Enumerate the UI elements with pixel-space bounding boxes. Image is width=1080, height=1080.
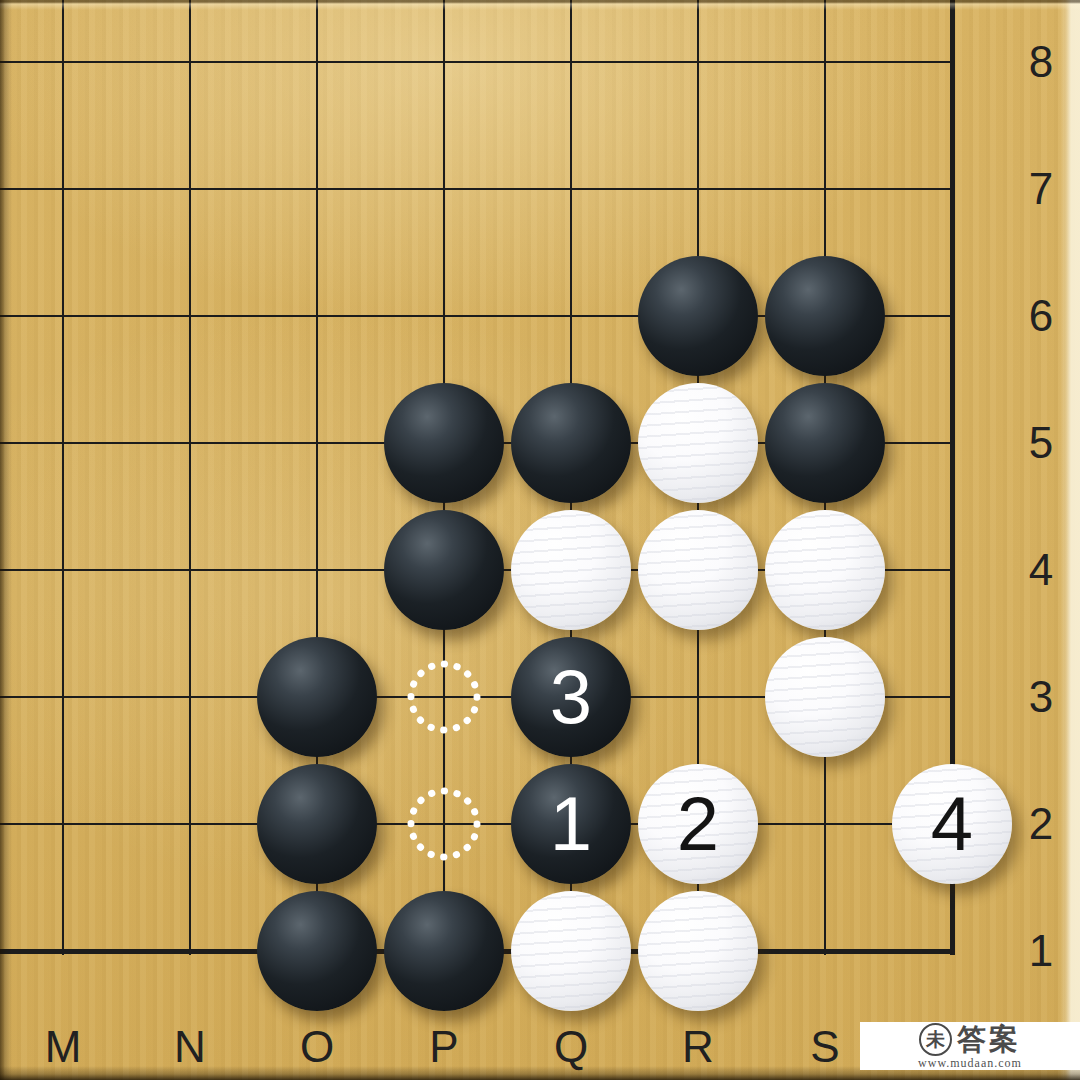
column-label-Q: Q <box>554 1022 588 1072</box>
stone-black-O2[interactable] <box>257 764 377 884</box>
grid-line-row-8 <box>0 61 955 63</box>
stone-black-P1[interactable] <box>384 891 504 1011</box>
grid-line-col-N <box>189 0 191 955</box>
stone-black-O3[interactable] <box>257 637 377 757</box>
go-diagram: 3124MNOPQRS87654321 未 答案 www.mudaan.com <box>0 0 1080 1080</box>
dotted-circle-icon <box>404 784 484 864</box>
column-label-M: M <box>45 1022 82 1072</box>
watermark-url: www.mudaan.com <box>918 1057 1022 1069</box>
column-label-O: O <box>300 1022 334 1072</box>
move-number-1: 1 <box>550 786 592 862</box>
go-board[interactable]: 3124MNOPQRS87654321 <box>0 0 1080 1080</box>
watermark-brand-row: 未 答案 <box>919 1023 1021 1056</box>
row-label-1: 1 <box>1029 926 1053 976</box>
stone-black-Q2[interactable]: 1 <box>511 764 631 884</box>
move-number-4: 4 <box>931 786 973 862</box>
stone-black-Q3[interactable]: 3 <box>511 637 631 757</box>
row-label-5: 5 <box>1029 418 1053 468</box>
stone-black-S6[interactable] <box>765 256 885 376</box>
move-number-2: 2 <box>677 786 719 862</box>
mudaan-logo-character: 未 <box>926 1030 945 1049</box>
row-label-3: 3 <box>1029 672 1053 722</box>
marked-point-P2[interactable] <box>404 784 484 864</box>
stone-black-Q5[interactable] <box>511 383 631 503</box>
dotted-circle-icon <box>404 657 484 737</box>
stone-white-Q1[interactable] <box>511 891 631 1011</box>
column-label-P: P <box>429 1022 458 1072</box>
stone-white-S4[interactable] <box>765 510 885 630</box>
stone-white-Q4[interactable] <box>511 510 631 630</box>
stone-white-R2[interactable]: 2 <box>638 764 758 884</box>
row-label-6: 6 <box>1029 291 1053 341</box>
marked-point-P3[interactable] <box>404 657 484 737</box>
row-label-2: 2 <box>1029 799 1053 849</box>
stone-black-S5[interactable] <box>765 383 885 503</box>
column-label-R: R <box>682 1022 714 1072</box>
watermark: 未 答案 www.mudaan.com <box>860 1022 1080 1070</box>
move-number-3: 3 <box>550 659 592 735</box>
row-label-4: 4 <box>1029 545 1053 595</box>
stone-black-O1[interactable] <box>257 891 377 1011</box>
stone-white-R1[interactable] <box>638 891 758 1011</box>
stone-white-R4[interactable] <box>638 510 758 630</box>
grid-line-col-M <box>62 0 64 955</box>
row-label-8: 8 <box>1029 37 1053 87</box>
mudaan-logo-icon: 未 <box>919 1023 952 1056</box>
watermark-title: 答案 <box>957 1025 1021 1054</box>
column-label-N: N <box>174 1022 206 1072</box>
stone-white-T2[interactable]: 4 <box>892 764 1012 884</box>
grid-line-row-7 <box>0 188 955 190</box>
column-label-S: S <box>810 1022 839 1072</box>
stone-black-R6[interactable] <box>638 256 758 376</box>
stone-black-P4[interactable] <box>384 510 504 630</box>
stone-white-R5[interactable] <box>638 383 758 503</box>
stone-black-P5[interactable] <box>384 383 504 503</box>
row-label-7: 7 <box>1029 164 1053 214</box>
stone-white-S3[interactable] <box>765 637 885 757</box>
